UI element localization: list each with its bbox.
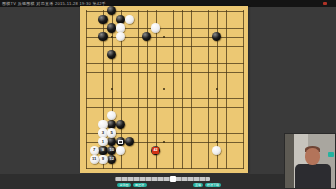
black-stone <box>98 15 107 24</box>
star-point <box>111 36 113 38</box>
move-number: 12 <box>109 157 114 161</box>
move-number: 11 <box>92 157 96 161</box>
move-number: 9 <box>102 157 104 161</box>
webcam-person-head <box>305 148 320 165</box>
move-number: 10 <box>109 148 114 152</box>
app-window: 围棋TV 乐视围棋 对局直播 2015-11-28 19:30 第42手 810… <box>0 0 336 189</box>
move-number: 8 <box>102 148 104 152</box>
webcam-overlay <box>284 133 336 189</box>
white-stone: 11 <box>90 155 99 164</box>
download-kifu-button[interactable]: 棋谱下载 <box>205 183 221 188</box>
move-number: 5 <box>111 131 113 135</box>
square-marker-icon <box>118 140 122 144</box>
variation-button[interactable]: 变化图 <box>117 183 131 188</box>
white-stone <box>125 15 134 24</box>
white-stone: 5 <box>107 128 116 137</box>
live-button[interactable]: 直播 <box>193 183 203 188</box>
move-number: 3 <box>102 131 104 135</box>
current-move-number: 42 <box>153 149 157 153</box>
back-to-game-button[interactable]: 回正谱 <box>133 183 147 188</box>
webcam-doorframe <box>285 134 294 189</box>
current-move-badge: 42 <box>152 147 159 153</box>
move-number: 1 <box>102 140 104 144</box>
black-stone <box>116 120 125 129</box>
white-stone: 9 <box>98 155 107 164</box>
move-slider[interactable] <box>115 177 210 181</box>
white-stone: 7 <box>90 146 99 155</box>
live-indicator-icon <box>323 2 327 5</box>
white-stone <box>151 23 160 32</box>
webcam-person-body <box>295 164 331 189</box>
move-number: 7 <box>93 148 95 152</box>
black-stone <box>98 32 107 41</box>
star-point <box>216 141 218 143</box>
white-stone: 1 <box>98 137 107 146</box>
webcam-logo-icon <box>328 152 334 157</box>
move-slider-knob[interactable] <box>170 176 176 182</box>
go-board[interactable]: 81012423517911 <box>80 6 248 173</box>
